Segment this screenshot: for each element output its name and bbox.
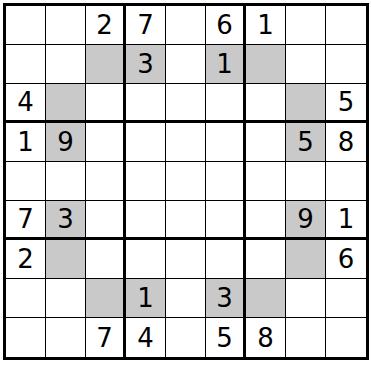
cell-r7c3[interactable] xyxy=(86,240,126,279)
cell-r8c5[interactable] xyxy=(166,279,206,318)
cell-r4c3[interactable] xyxy=(86,123,126,162)
cell-r1c2[interactable] xyxy=(46,6,86,45)
cell-r8c6[interactable]: 3 xyxy=(206,279,246,318)
cell-r8c9[interactable] xyxy=(326,279,366,318)
cell-r4c1[interactable]: 1 xyxy=(6,123,46,162)
cell-r9c9[interactable] xyxy=(326,318,366,357)
cell-r7c4[interactable] xyxy=(126,240,166,279)
cell-r8c4[interactable]: 1 xyxy=(126,279,166,318)
cell-r5c2[interactable] xyxy=(46,162,86,201)
cell-r6c7[interactable] xyxy=(246,201,286,240)
cell-r2c4[interactable]: 3 xyxy=(126,45,166,84)
cell-r3c6[interactable] xyxy=(206,84,246,123)
cell-r7c2[interactable] xyxy=(46,240,86,279)
cell-r9c3[interactable]: 7 xyxy=(86,318,126,357)
cell-r2c3[interactable] xyxy=(86,45,126,84)
cell-r5c4[interactable] xyxy=(126,162,166,201)
cell-r2c1[interactable] xyxy=(6,45,46,84)
cell-r5c3[interactable] xyxy=(86,162,126,201)
cell-r2c5[interactable] xyxy=(166,45,206,84)
cell-r3c1[interactable]: 4 xyxy=(6,84,46,123)
cell-r3c8[interactable] xyxy=(286,84,326,123)
cell-r9c2[interactable] xyxy=(46,318,86,357)
cell-r7c9[interactable]: 6 xyxy=(326,240,366,279)
cell-r3c7[interactable] xyxy=(246,84,286,123)
cell-r2c9[interactable] xyxy=(326,45,366,84)
cell-r4c6[interactable] xyxy=(206,123,246,162)
cell-r1c9[interactable] xyxy=(326,6,366,45)
cell-r6c9[interactable]: 1 xyxy=(326,201,366,240)
cell-r8c1[interactable] xyxy=(6,279,46,318)
cell-r1c7[interactable]: 1 xyxy=(246,6,286,45)
cell-r6c2[interactable]: 3 xyxy=(46,201,86,240)
cell-r9c4[interactable]: 4 xyxy=(126,318,166,357)
cell-r1c1[interactable] xyxy=(6,6,46,45)
cell-r6c3[interactable] xyxy=(86,201,126,240)
cell-r3c5[interactable] xyxy=(166,84,206,123)
cell-r4c4[interactable] xyxy=(126,123,166,162)
cell-r9c7[interactable]: 8 xyxy=(246,318,286,357)
cell-r5c7[interactable] xyxy=(246,162,286,201)
cell-r6c4[interactable] xyxy=(126,201,166,240)
cell-r7c6[interactable] xyxy=(206,240,246,279)
cell-r7c7[interactable] xyxy=(246,240,286,279)
cell-r3c9[interactable]: 5 xyxy=(326,84,366,123)
cell-r3c2[interactable] xyxy=(46,84,86,123)
cell-r7c1[interactable]: 2 xyxy=(6,240,46,279)
cell-r9c6[interactable]: 5 xyxy=(206,318,246,357)
cell-r2c8[interactable] xyxy=(286,45,326,84)
cell-r1c8[interactable] xyxy=(286,6,326,45)
cell-r8c3[interactable] xyxy=(86,279,126,318)
cell-r5c8[interactable] xyxy=(286,162,326,201)
cell-r6c8[interactable]: 9 xyxy=(286,201,326,240)
cell-r2c7[interactable] xyxy=(246,45,286,84)
cell-r4c9[interactable]: 8 xyxy=(326,123,366,162)
cell-r6c5[interactable] xyxy=(166,201,206,240)
cell-r1c4[interactable]: 7 xyxy=(126,6,166,45)
cell-r4c7[interactable] xyxy=(246,123,286,162)
cell-r8c2[interactable] xyxy=(46,279,86,318)
cell-r9c5[interactable] xyxy=(166,318,206,357)
cell-r7c8[interactable] xyxy=(286,240,326,279)
cell-r8c8[interactable] xyxy=(286,279,326,318)
cell-r4c8[interactable]: 5 xyxy=(286,123,326,162)
sudoku-board: 276131451958739126137458 xyxy=(3,3,369,360)
cell-r1c3[interactable]: 2 xyxy=(86,6,126,45)
cell-r3c3[interactable] xyxy=(86,84,126,123)
cell-r6c1[interactable]: 7 xyxy=(6,201,46,240)
cell-r4c5[interactable] xyxy=(166,123,206,162)
cell-r5c1[interactable] xyxy=(6,162,46,201)
cell-r7c5[interactable] xyxy=(166,240,206,279)
cell-r2c6[interactable]: 1 xyxy=(206,45,246,84)
cell-r2c2[interactable] xyxy=(46,45,86,84)
cell-r4c2[interactable]: 9 xyxy=(46,123,86,162)
cell-r1c5[interactable] xyxy=(166,6,206,45)
cell-r8c7[interactable] xyxy=(246,279,286,318)
cell-r9c8[interactable] xyxy=(286,318,326,357)
cell-r5c9[interactable] xyxy=(326,162,366,201)
cell-r5c6[interactable] xyxy=(206,162,246,201)
cell-r3c4[interactable] xyxy=(126,84,166,123)
cell-r6c6[interactable] xyxy=(206,201,246,240)
cell-r5c5[interactable] xyxy=(166,162,206,201)
cell-r9c1[interactable] xyxy=(6,318,46,357)
cell-r1c6[interactable]: 6 xyxy=(206,6,246,45)
